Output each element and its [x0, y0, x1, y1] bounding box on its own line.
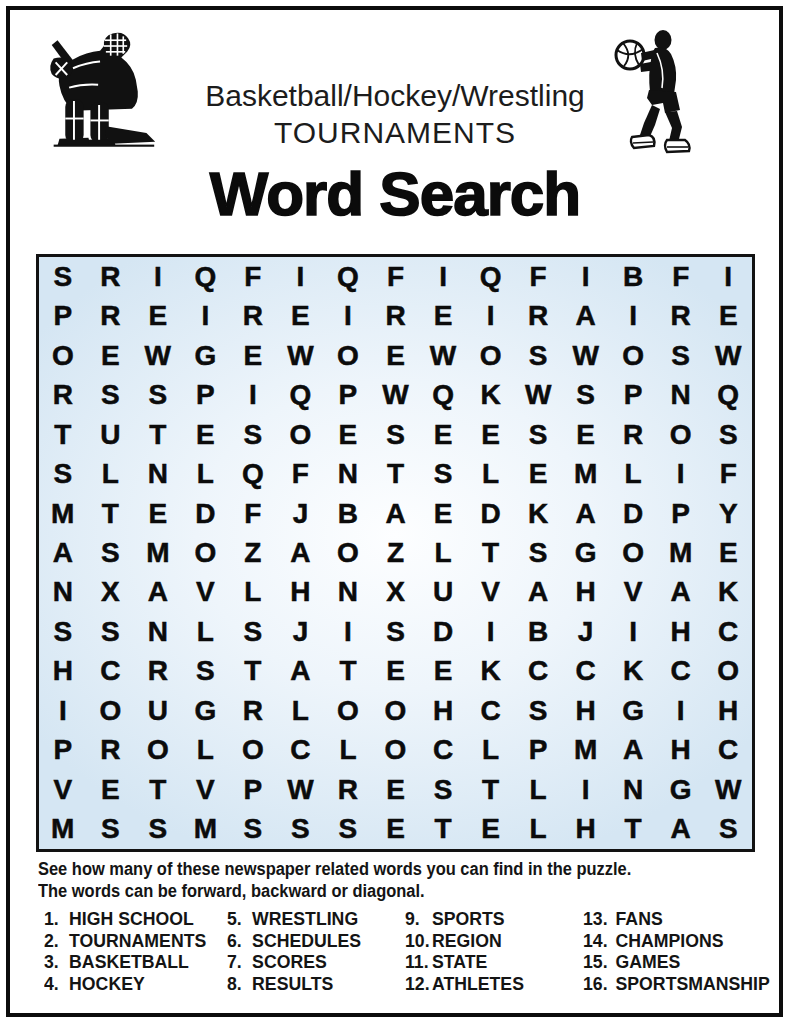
- grid-cell-r6c10: L: [467, 454, 515, 493]
- grid-cell-r7c3: E: [134, 494, 182, 533]
- grid-cell-r2c3: E: [134, 296, 182, 335]
- grid-cell-r7c11: K: [514, 494, 562, 533]
- grid-cell-r9c6: H: [277, 573, 325, 612]
- grid-cell-r4c10: K: [467, 375, 515, 414]
- grid-cell-r4c4: P: [182, 375, 230, 414]
- grid-cell-r6c9: S: [419, 454, 467, 493]
- word-label: SPORTS: [432, 908, 505, 930]
- grid-cell-r8c2: S: [87, 533, 135, 572]
- grid-cell-r14c5: P: [229, 770, 277, 809]
- grid-cell-r4c1: R: [39, 375, 87, 414]
- grid-cell-r4c9: Q: [419, 375, 467, 414]
- grid-cell-r13c10: L: [467, 731, 515, 770]
- grid-cell-r3c10: O: [467, 336, 515, 375]
- grid-cell-r4c11: W: [514, 375, 562, 414]
- grid-cell-r11c1: H: [39, 652, 87, 691]
- word-list-item: 15.GAMES: [583, 951, 770, 973]
- grid-cell-r12c5: R: [229, 691, 277, 730]
- grid-cell-r3c11: S: [514, 336, 562, 375]
- grid-cell-r9c10: V: [467, 573, 515, 612]
- grid-cell-r9c5: L: [229, 573, 277, 612]
- grid-cell-r11c11: C: [514, 652, 562, 691]
- grid-cell-r2c5: R: [229, 296, 277, 335]
- grid-cell-r12c8: O: [372, 691, 420, 730]
- grid-cell-r5c9: E: [419, 415, 467, 454]
- grid-cell-r1c4: Q: [182, 257, 230, 296]
- grid-cell-r14c7: R: [324, 770, 372, 809]
- grid-cell-r11c14: C: [657, 652, 705, 691]
- grid-cell-r8c7: O: [324, 533, 372, 572]
- word-number: 4.: [44, 973, 69, 995]
- grid-cell-r13c5: O: [229, 731, 277, 770]
- grid-cell-r14c13: N: [609, 770, 657, 809]
- word-label: ATHLETES: [432, 973, 524, 995]
- grid-cell-r5c1: T: [39, 415, 87, 454]
- grid-cell-r3c14: S: [657, 336, 705, 375]
- grid-cell-r3c9: W: [419, 336, 467, 375]
- grid-cell-r1c7: Q: [324, 257, 372, 296]
- grid-cell-r2c7: I: [324, 296, 372, 335]
- grid-cell-r11c6: A: [277, 652, 325, 691]
- grid-cell-r3c5: E: [229, 336, 277, 375]
- grid-cell-r7c7: B: [324, 494, 372, 533]
- word-list-column-4: 13.FANS14.CHAMPIONS15.GAMES16.SPORTSMANS…: [583, 908, 784, 994]
- grid-cell-r13c15: C: [704, 731, 752, 770]
- word-label: BASKETBALL: [69, 951, 189, 973]
- grid-cell-r14c1: V: [39, 770, 87, 809]
- grid-cell-r10c4: L: [182, 612, 230, 651]
- grid-cell-r13c2: R: [87, 731, 135, 770]
- grid-cell-r1c1: S: [39, 257, 87, 296]
- word-list-item: 6.SCHEDULES: [227, 930, 361, 952]
- grid-cell-r12c2: O: [87, 691, 135, 730]
- grid-cell-r11c13: K: [609, 652, 657, 691]
- grid-cell-r4c12: S: [562, 375, 610, 414]
- grid-cell-r8c14: M: [657, 533, 705, 572]
- word-list-item: 10.REGION: [405, 930, 524, 952]
- grid-cell-r6c7: N: [324, 454, 372, 493]
- word-label: HOCKEY: [69, 973, 145, 995]
- instructions-line1: See how many of these newspaper related …: [38, 859, 631, 881]
- grid-cell-r4c13: P: [609, 375, 657, 414]
- word-list-item: 4.HOCKEY: [44, 973, 206, 995]
- word-label: HIGH SCHOOL: [69, 908, 194, 930]
- grid-cell-r10c3: N: [134, 612, 182, 651]
- grid-cell-r1c11: F: [514, 257, 562, 296]
- grid-cell-r14c10: T: [467, 770, 515, 809]
- grid-cell-r13c3: O: [134, 731, 182, 770]
- grid-cell-r14c2: E: [87, 770, 135, 809]
- page-title: Word Search: [0, 158, 790, 229]
- grid-cell-r13c12: M: [562, 731, 610, 770]
- word-number: 12.: [405, 973, 432, 995]
- grid-cell-r13c6: C: [277, 731, 325, 770]
- grid-cell-r13c13: A: [609, 731, 657, 770]
- grid-cell-r12c10: C: [467, 691, 515, 730]
- grid-cell-r8c13: O: [609, 533, 657, 572]
- grid-cell-r8c5: Z: [229, 533, 277, 572]
- grid-cell-r12c13: G: [609, 691, 657, 730]
- grid-cell-r15c6: S: [277, 810, 325, 849]
- word-number: 8.: [227, 973, 252, 995]
- grid-cell-r15c10: E: [467, 810, 515, 849]
- grid-cell-r12c3: U: [134, 691, 182, 730]
- word-label: WRESTLING: [252, 908, 358, 930]
- grid-cell-r11c5: T: [229, 652, 277, 691]
- word-list-column-3: 9.SPORTS10.REGION11.STATE12.ATHLETES: [405, 908, 533, 994]
- grid-cell-r2c10: I: [467, 296, 515, 335]
- grid-cell-r11c7: T: [324, 652, 372, 691]
- word-number: 3.: [44, 951, 69, 973]
- grid-cell-r9c7: N: [324, 573, 372, 612]
- grid-cell-r12c7: O: [324, 691, 372, 730]
- grid-cell-r9c11: A: [514, 573, 562, 612]
- grid-cell-r15c9: T: [419, 810, 467, 849]
- grid-cell-r3c2: E: [87, 336, 135, 375]
- grid-cell-r1c9: I: [419, 257, 467, 296]
- word-list-column-2: 5.WRESTLING6.SCHEDULES7.SCORES8.RESULTS: [227, 908, 371, 994]
- grid-cell-r11c9: E: [419, 652, 467, 691]
- grid-cell-r11c12: C: [562, 652, 610, 691]
- grid-cell-r14c8: E: [372, 770, 420, 809]
- grid-cell-r1c5: F: [229, 257, 277, 296]
- grid-cell-r3c7: O: [324, 336, 372, 375]
- word-number: 1.: [44, 908, 69, 930]
- grid-cell-r8c3: M: [134, 533, 182, 572]
- grid-cell-r7c6: J: [277, 494, 325, 533]
- grid-cell-r15c5: S: [229, 810, 277, 849]
- grid-cell-r2c4: I: [182, 296, 230, 335]
- word-number: 11.: [405, 951, 432, 973]
- word-label: TOURNAMENTS: [69, 930, 206, 952]
- grid-cell-r15c11: L: [514, 810, 562, 849]
- grid-cell-r9c13: V: [609, 573, 657, 612]
- grid-cell-r7c10: D: [467, 494, 515, 533]
- grid-cell-r2c14: R: [657, 296, 705, 335]
- word-number: 16.: [583, 973, 616, 995]
- word-number: 14.: [583, 930, 616, 952]
- grid-cell-r5c14: O: [657, 415, 705, 454]
- grid-cell-r6c11: E: [514, 454, 562, 493]
- grid-cell-r1c12: I: [562, 257, 610, 296]
- grid-cell-r2c8: R: [372, 296, 420, 335]
- grid-cell-r5c3: T: [134, 415, 182, 454]
- grid-cell-r14c15: W: [704, 770, 752, 809]
- grid-cell-r6c15: F: [704, 454, 752, 493]
- grid-cell-r8c6: A: [277, 533, 325, 572]
- grid-cell-r7c14: P: [657, 494, 705, 533]
- grid-cell-r9c14: A: [657, 573, 705, 612]
- subtitle-line1: Basketball/Hockey/Wrestling: [0, 79, 790, 113]
- word-list-item: 14.CHAMPIONS: [583, 930, 770, 952]
- grid-cell-r6c1: S: [39, 454, 87, 493]
- grid-cell-r15c15: S: [704, 810, 752, 849]
- grid-cell-r6c2: L: [87, 454, 135, 493]
- word-number: 15.: [583, 951, 616, 973]
- grid-cell-r5c7: E: [324, 415, 372, 454]
- grid-cell-r2c11: R: [514, 296, 562, 335]
- grid-cell-r8c8: Z: [372, 533, 420, 572]
- grid-cell-r5c6: O: [277, 415, 325, 454]
- grid-cell-r10c7: I: [324, 612, 372, 651]
- grid-cell-r1c15: I: [704, 257, 752, 296]
- grid-cell-r5c15: S: [704, 415, 752, 454]
- grid-cell-r14c6: W: [277, 770, 325, 809]
- grid-cell-r1c13: B: [609, 257, 657, 296]
- grid-cell-r8c9: L: [419, 533, 467, 572]
- word-list-item: 8.RESULTS: [227, 973, 361, 995]
- grid-cell-r10c11: B: [514, 612, 562, 651]
- grid-cell-r1c2: R: [87, 257, 135, 296]
- grid-cell-r12c1: I: [39, 691, 87, 730]
- word-list: 1.HIGH SCHOOL2.TOURNAMENTS3.BASKETBALL4.…: [0, 908, 790, 1008]
- grid-cell-r14c14: G: [657, 770, 705, 809]
- grid-cell-r12c4: G: [182, 691, 230, 730]
- word-list-item: 16.SPORTSMANSHIP: [583, 973, 770, 995]
- grid-cell-r4c8: W: [372, 375, 420, 414]
- grid-cell-r5c11: S: [514, 415, 562, 454]
- grid-cell-r10c14: H: [657, 612, 705, 651]
- word-grid-box: SRIQFIQFIQFIBFIPREIREIREIRAIREOEWGEWOEWO…: [36, 254, 755, 852]
- grid-cell-r7c1: M: [39, 494, 87, 533]
- grid-cell-r12c15: H: [704, 691, 752, 730]
- grid-cell-r11c2: C: [87, 652, 135, 691]
- word-label: SCHEDULES: [252, 930, 361, 952]
- grid-cell-r7c9: E: [419, 494, 467, 533]
- grid-cell-r12c11: S: [514, 691, 562, 730]
- grid-cell-r4c2: S: [87, 375, 135, 414]
- grid-cell-r15c1: M: [39, 810, 87, 849]
- grid-cell-r13c1: P: [39, 731, 87, 770]
- grid-cell-r10c9: D: [419, 612, 467, 651]
- grid-cell-r4c6: Q: [277, 375, 325, 414]
- grid-cell-r7c2: T: [87, 494, 135, 533]
- grid-cell-r9c15: K: [704, 573, 752, 612]
- grid-cell-r5c12: E: [562, 415, 610, 454]
- grid-cell-r8c10: T: [467, 533, 515, 572]
- word-label: REGION: [432, 930, 502, 952]
- grid-cell-r13c4: L: [182, 731, 230, 770]
- instructions-line2: The words can be forward, backward or di…: [38, 881, 631, 903]
- word-label: RESULTS: [252, 973, 333, 995]
- grid-cell-r2c2: R: [87, 296, 135, 335]
- grid-cell-r7c13: D: [609, 494, 657, 533]
- grid-cell-r5c13: R: [609, 415, 657, 454]
- grid-cell-r15c3: S: [134, 810, 182, 849]
- grid-cell-r3c1: O: [39, 336, 87, 375]
- word-list-item: 7.SCORES: [227, 951, 361, 973]
- grid-cell-r15c13: T: [609, 810, 657, 849]
- grid-cell-r7c8: A: [372, 494, 420, 533]
- word-list-item: 2.TOURNAMENTS: [44, 930, 206, 952]
- word-list-item: 13.FANS: [583, 908, 770, 930]
- grid-cell-r12c6: L: [277, 691, 325, 730]
- grid-cell-r4c5: I: [229, 375, 277, 414]
- grid-cell-r10c5: S: [229, 612, 277, 651]
- grid-cell-r2c1: P: [39, 296, 87, 335]
- word-number: 13.: [583, 908, 616, 930]
- grid-cell-r6c13: L: [609, 454, 657, 493]
- grid-cell-r5c4: E: [182, 415, 230, 454]
- grid-cell-r10c10: I: [467, 612, 515, 651]
- word-number: 9.: [405, 908, 432, 930]
- grid-cell-r6c4: L: [182, 454, 230, 493]
- grid-cell-r12c14: I: [657, 691, 705, 730]
- word-number: 10.: [405, 930, 432, 952]
- grid-cell-r9c2: X: [87, 573, 135, 612]
- grid-cell-r4c7: P: [324, 375, 372, 414]
- word-grid: SRIQFIQFIQFIBFIPREIREIREIRAIREOEWGEWOEWO…: [39, 257, 752, 849]
- grid-cell-r5c8: S: [372, 415, 420, 454]
- grid-cell-r10c13: I: [609, 612, 657, 651]
- instructions: See how many of these newspaper related …: [38, 859, 631, 902]
- grid-cell-r1c10: Q: [467, 257, 515, 296]
- grid-cell-r1c14: F: [657, 257, 705, 296]
- grid-cell-r7c15: Y: [704, 494, 752, 533]
- grid-cell-r2c6: E: [277, 296, 325, 335]
- grid-cell-r15c14: A: [657, 810, 705, 849]
- grid-cell-r6c6: F: [277, 454, 325, 493]
- grid-cell-r10c15: C: [704, 612, 752, 651]
- grid-cell-r3c8: E: [372, 336, 420, 375]
- grid-cell-r6c14: I: [657, 454, 705, 493]
- grid-cell-r5c5: S: [229, 415, 277, 454]
- grid-cell-r1c8: F: [372, 257, 420, 296]
- grid-cell-r13c14: H: [657, 731, 705, 770]
- grid-cell-r4c3: S: [134, 375, 182, 414]
- grid-cell-r8c15: E: [704, 533, 752, 572]
- grid-cell-r1c3: I: [134, 257, 182, 296]
- word-list-item: 11.STATE: [405, 951, 524, 973]
- grid-cell-r12c12: H: [562, 691, 610, 730]
- grid-cell-r10c6: J: [277, 612, 325, 651]
- grid-cell-r13c11: P: [514, 731, 562, 770]
- word-number: 7.: [227, 951, 252, 973]
- grid-cell-r13c9: C: [419, 731, 467, 770]
- grid-cell-r3c4: G: [182, 336, 230, 375]
- grid-cell-r12c9: H: [419, 691, 467, 730]
- grid-cell-r14c3: T: [134, 770, 182, 809]
- grid-cell-r6c12: M: [562, 454, 610, 493]
- grid-cell-r10c12: J: [562, 612, 610, 651]
- grid-cell-r11c10: K: [467, 652, 515, 691]
- grid-cell-r15c8: E: [372, 810, 420, 849]
- word-list-item: 3.BASKETBALL: [44, 951, 206, 973]
- word-number: 2.: [44, 930, 69, 952]
- grid-cell-r3c3: W: [134, 336, 182, 375]
- grid-cell-r14c12: I: [562, 770, 610, 809]
- grid-cell-r6c5: Q: [229, 454, 277, 493]
- grid-cell-r2c12: A: [562, 296, 610, 335]
- grid-cell-r6c8: T: [372, 454, 420, 493]
- word-label: GAMES: [616, 951, 681, 973]
- grid-cell-r7c4: D: [182, 494, 230, 533]
- grid-cell-r7c5: F: [229, 494, 277, 533]
- grid-cell-r15c2: S: [87, 810, 135, 849]
- grid-cell-r11c3: R: [134, 652, 182, 691]
- grid-cell-r9c1: N: [39, 573, 87, 612]
- word-number: 5.: [227, 908, 252, 930]
- grid-cell-r9c9: U: [419, 573, 467, 612]
- grid-cell-r3c13: O: [609, 336, 657, 375]
- grid-cell-r7c12: A: [562, 494, 610, 533]
- grid-cell-r9c3: A: [134, 573, 182, 612]
- grid-cell-r10c8: S: [372, 612, 420, 651]
- grid-cell-r4c14: N: [657, 375, 705, 414]
- word-label: SCORES: [252, 951, 327, 973]
- grid-cell-r2c13: I: [609, 296, 657, 335]
- grid-cell-r8c12: G: [562, 533, 610, 572]
- puzzle-page: Basketball/Hockey/Wrestling TOURNAMENTS …: [0, 0, 790, 1024]
- grid-cell-r15c4: M: [182, 810, 230, 849]
- grid-cell-r14c4: V: [182, 770, 230, 809]
- word-label: CHAMPIONS: [616, 930, 724, 952]
- grid-cell-r8c11: S: [514, 533, 562, 572]
- grid-cell-r2c9: E: [419, 296, 467, 335]
- grid-cell-r4c15: Q: [704, 375, 752, 414]
- word-list-column-1: 1.HIGH SCHOOL2.TOURNAMENTS3.BASKETBALL4.…: [44, 908, 218, 994]
- grid-cell-r3c12: W: [562, 336, 610, 375]
- grid-cell-r11c8: E: [372, 652, 420, 691]
- subtitle-line2: TOURNAMENTS: [0, 116, 790, 150]
- grid-cell-r6c3: N: [134, 454, 182, 493]
- grid-cell-r10c2: S: [87, 612, 135, 651]
- grid-cell-r5c10: E: [467, 415, 515, 454]
- word-number: 6.: [227, 930, 252, 952]
- grid-cell-r13c8: O: [372, 731, 420, 770]
- grid-cell-r14c9: S: [419, 770, 467, 809]
- grid-cell-r15c12: H: [562, 810, 610, 849]
- grid-cell-r1c6: I: [277, 257, 325, 296]
- grid-cell-r3c15: W: [704, 336, 752, 375]
- word-list-item: 5.WRESTLING: [227, 908, 361, 930]
- grid-cell-r5c2: U: [87, 415, 135, 454]
- word-list-item: 12.ATHLETES: [405, 973, 524, 995]
- word-label: SPORTSMANSHIP: [616, 973, 770, 995]
- grid-cell-r2c15: E: [704, 296, 752, 335]
- grid-cell-r13c7: L: [324, 731, 372, 770]
- grid-cell-r8c1: A: [39, 533, 87, 572]
- grid-cell-r9c8: X: [372, 573, 420, 612]
- word-list-item: 1.HIGH SCHOOL: [44, 908, 206, 930]
- word-label: STATE: [432, 951, 487, 973]
- grid-cell-r9c4: V: [182, 573, 230, 612]
- grid-cell-r11c15: O: [704, 652, 752, 691]
- word-list-item: 9.SPORTS: [405, 908, 524, 930]
- grid-cell-r15c7: S: [324, 810, 372, 849]
- grid-cell-r9c12: H: [562, 573, 610, 612]
- grid-cell-r14c11: L: [514, 770, 562, 809]
- word-label: FANS: [616, 908, 663, 930]
- grid-cell-r8c4: O: [182, 533, 230, 572]
- grid-cell-r11c4: S: [182, 652, 230, 691]
- grid-cell-r3c6: W: [277, 336, 325, 375]
- grid-cell-r10c1: S: [39, 612, 87, 651]
